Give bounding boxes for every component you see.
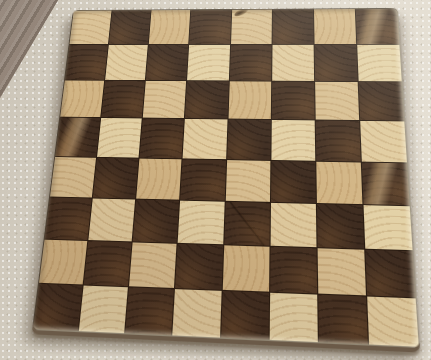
square-e8 xyxy=(231,10,272,45)
square-a7 xyxy=(65,45,108,80)
sapwood-streak-feature xyxy=(55,118,100,157)
square-c3 xyxy=(133,199,180,242)
square-h7 xyxy=(357,45,402,82)
square-f3 xyxy=(270,202,316,246)
square-a8 xyxy=(70,11,112,45)
square-h6 xyxy=(359,82,405,121)
square-e3 xyxy=(224,201,270,245)
square-d7 xyxy=(187,45,229,81)
square-h8 xyxy=(356,9,400,44)
square-c4 xyxy=(136,158,181,199)
sapwood-streak-feature xyxy=(356,9,400,44)
cutting-board xyxy=(32,8,420,348)
square-b5 xyxy=(97,118,142,157)
knot-feature xyxy=(233,10,249,19)
square-f6 xyxy=(271,82,314,120)
square-g1 xyxy=(318,294,368,344)
square-f5 xyxy=(271,120,315,160)
square-c6 xyxy=(143,81,186,118)
square-e6 xyxy=(228,82,271,120)
square-h4 xyxy=(362,162,410,205)
square-b4 xyxy=(93,157,139,198)
square-h2 xyxy=(365,249,415,297)
square-e4 xyxy=(225,160,270,202)
square-h3 xyxy=(363,205,412,250)
square-d6 xyxy=(185,81,228,119)
square-g3 xyxy=(317,204,364,249)
square-b2 xyxy=(84,241,132,286)
square-g6 xyxy=(315,82,359,120)
square-e2 xyxy=(222,245,269,291)
square-g5 xyxy=(315,121,360,161)
square-f7 xyxy=(272,45,314,81)
square-a3 xyxy=(45,197,92,240)
square-d5 xyxy=(183,119,227,158)
square-c1 xyxy=(125,287,174,335)
square-a6 xyxy=(60,81,104,118)
square-a5 xyxy=(55,118,100,157)
square-c2 xyxy=(129,242,177,288)
square-b3 xyxy=(89,198,136,241)
square-f2 xyxy=(270,246,317,293)
square-b7 xyxy=(105,45,148,80)
square-a4 xyxy=(50,157,96,198)
square-f4 xyxy=(271,160,316,202)
checkerboard-grid xyxy=(32,8,420,348)
square-f8 xyxy=(272,9,313,44)
square-d4 xyxy=(181,159,226,201)
square-d2 xyxy=(175,244,222,290)
sapwood-streak-feature xyxy=(362,162,410,205)
square-a2 xyxy=(39,239,87,284)
square-a1 xyxy=(33,284,83,331)
square-g7 xyxy=(314,45,357,81)
square-c5 xyxy=(140,119,184,158)
square-e7 xyxy=(229,45,271,81)
square-c8 xyxy=(149,10,191,44)
square-c7 xyxy=(146,45,188,81)
square-d3 xyxy=(178,200,224,244)
square-g2 xyxy=(317,248,366,295)
square-e5 xyxy=(227,120,271,160)
square-g4 xyxy=(316,161,362,203)
square-b8 xyxy=(109,10,151,44)
square-b6 xyxy=(101,81,145,118)
square-f1 xyxy=(269,293,317,342)
square-g8 xyxy=(314,9,356,44)
square-h1 xyxy=(367,296,419,346)
square-h5 xyxy=(360,121,407,162)
square-d1 xyxy=(173,289,221,338)
square-e1 xyxy=(221,291,269,340)
square-d8 xyxy=(190,10,231,44)
square-b1 xyxy=(79,285,128,333)
grain-crack-feature xyxy=(224,201,270,245)
